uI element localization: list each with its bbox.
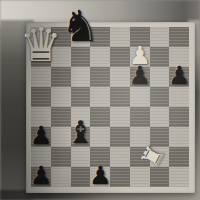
square-g5[interactable] bbox=[150, 87, 170, 107]
square-a1[interactable]: ♟ bbox=[31, 167, 51, 187]
square-f4[interactable] bbox=[130, 107, 150, 127]
square-b2[interactable] bbox=[51, 147, 71, 167]
square-e6[interactable] bbox=[110, 67, 130, 87]
square-h2[interactable] bbox=[169, 147, 189, 167]
square-e1[interactable] bbox=[110, 167, 130, 187]
black-pawn[interactable]: ♟ bbox=[168, 63, 190, 88]
square-h6[interactable]: ♟ bbox=[169, 67, 189, 87]
square-h5[interactable] bbox=[169, 87, 189, 107]
square-c1[interactable] bbox=[71, 167, 91, 187]
square-c3[interactable]: ♝ bbox=[71, 127, 91, 147]
square-h8[interactable] bbox=[169, 27, 189, 47]
square-d6[interactable] bbox=[90, 67, 110, 87]
square-f1[interactable] bbox=[130, 167, 150, 187]
square-c2[interactable] bbox=[71, 147, 91, 167]
chess-board-frame: ♞♛♟♟♟♟♝♜♟♟ bbox=[26, 22, 195, 193]
square-e3[interactable] bbox=[110, 127, 130, 147]
chess-photo: ♞♛♟♟♟♟♝♜♟♟ bbox=[0, 0, 200, 200]
chess-board[interactable]: ♞♛♟♟♟♟♝♜♟♟ bbox=[31, 27, 189, 187]
square-c8[interactable]: ♞ bbox=[71, 27, 91, 47]
square-f5[interactable] bbox=[130, 87, 150, 107]
square-f6[interactable]: ♟ bbox=[130, 67, 150, 87]
square-a3[interactable]: ♟ bbox=[31, 127, 51, 147]
square-d5[interactable] bbox=[90, 87, 110, 107]
square-h1[interactable] bbox=[169, 167, 189, 187]
square-e4[interactable] bbox=[110, 107, 130, 127]
square-b1[interactable] bbox=[51, 167, 71, 187]
black-pawn[interactable]: ♟ bbox=[30, 123, 52, 148]
square-h3[interactable] bbox=[169, 127, 189, 147]
square-g6[interactable] bbox=[150, 67, 170, 87]
square-e7[interactable] bbox=[110, 47, 130, 67]
square-h4[interactable] bbox=[169, 107, 189, 127]
square-a7[interactable]: ♛ bbox=[31, 47, 51, 67]
square-c5[interactable] bbox=[71, 87, 91, 107]
black-bishop[interactable]: ♝ bbox=[66, 117, 94, 148]
square-g8[interactable] bbox=[150, 27, 170, 47]
black-knight[interactable]: ♞ bbox=[61, 5, 100, 48]
square-g7[interactable] bbox=[150, 47, 170, 67]
square-e5[interactable] bbox=[110, 87, 130, 107]
square-d1[interactable]: ♟ bbox=[90, 167, 110, 187]
square-c6[interactable] bbox=[71, 67, 91, 87]
square-b5[interactable] bbox=[51, 87, 71, 107]
square-e8[interactable] bbox=[110, 27, 130, 47]
white-queen[interactable]: ♛ bbox=[20, 21, 62, 68]
square-g2[interactable]: ♜ bbox=[150, 147, 170, 167]
square-g4[interactable] bbox=[150, 107, 170, 127]
square-a5[interactable] bbox=[31, 87, 51, 107]
black-pawn[interactable]: ♟ bbox=[128, 63, 150, 88]
black-pawn[interactable]: ♟ bbox=[89, 163, 111, 188]
square-e2[interactable] bbox=[110, 147, 130, 167]
black-pawn[interactable]: ♟ bbox=[30, 163, 52, 188]
